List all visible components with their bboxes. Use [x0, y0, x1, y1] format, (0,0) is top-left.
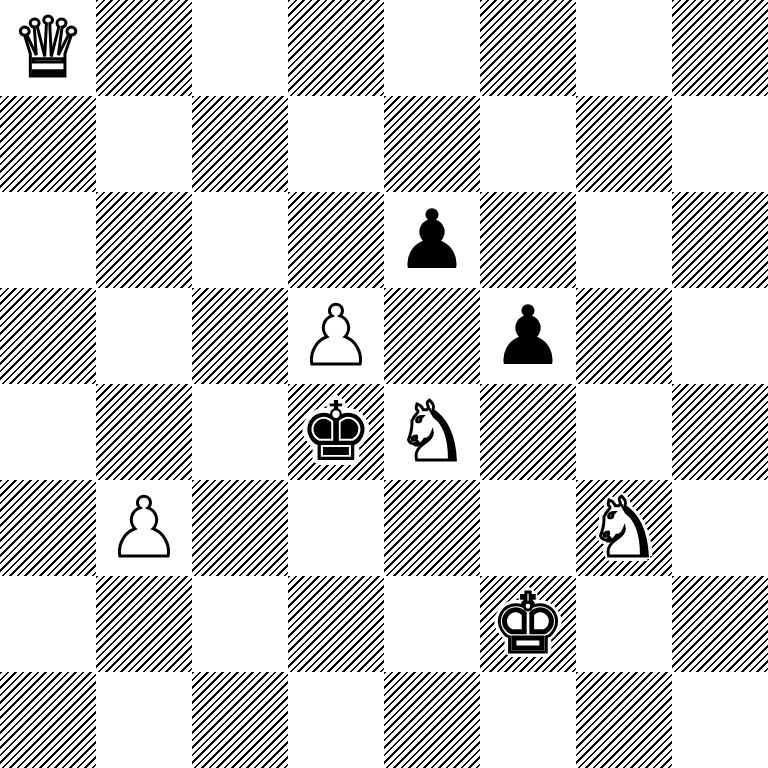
square-d7[interactable] [288, 96, 384, 192]
square-e8[interactable] [384, 0, 480, 96]
square-a6[interactable] [0, 192, 96, 288]
square-d1[interactable] [288, 672, 384, 768]
square-a5[interactable] [0, 288, 96, 384]
square-e4[interactable]: ♞ [384, 384, 480, 480]
square-f7[interactable] [480, 96, 576, 192]
square-d5[interactable]: ♟ [288, 288, 384, 384]
square-b5[interactable] [96, 288, 192, 384]
square-g5[interactable] [576, 288, 672, 384]
square-f6[interactable] [480, 192, 576, 288]
square-c6[interactable] [192, 192, 288, 288]
square-h6[interactable] [672, 192, 768, 288]
square-c1[interactable] [192, 672, 288, 768]
square-c5[interactable] [192, 288, 288, 384]
square-f2[interactable]: ♚ [480, 576, 576, 672]
chess-diagram: ♛♟♟♟♚♞♟♞♚ [0, 0, 768, 768]
square-h1[interactable] [672, 672, 768, 768]
square-g7[interactable] [576, 96, 672, 192]
square-a8[interactable]: ♛ [0, 0, 96, 96]
square-h3[interactable] [672, 480, 768, 576]
square-g2[interactable] [576, 576, 672, 672]
square-e5[interactable] [384, 288, 480, 384]
square-f3[interactable] [480, 480, 576, 576]
white-queen-a8[interactable]: ♛ [11, 7, 85, 89]
square-h8[interactable] [672, 0, 768, 96]
square-g4[interactable] [576, 384, 672, 480]
square-c4[interactable] [192, 384, 288, 480]
square-d6[interactable] [288, 192, 384, 288]
square-d8[interactable] [288, 0, 384, 96]
square-b8[interactable] [96, 0, 192, 96]
square-g8[interactable] [576, 0, 672, 96]
square-g1[interactable] [576, 672, 672, 768]
white-knight-e4[interactable]: ♞ [395, 391, 469, 473]
square-b3[interactable]: ♟ [96, 480, 192, 576]
square-f8[interactable] [480, 0, 576, 96]
white-knight-g3[interactable]: ♞ [587, 487, 661, 569]
white-pawn-b3[interactable]: ♟ [107, 487, 181, 569]
black-pawn-f5[interactable]: ♟ [491, 295, 565, 377]
square-d3[interactable] [288, 480, 384, 576]
square-e1[interactable] [384, 672, 480, 768]
square-c2[interactable] [192, 576, 288, 672]
square-h5[interactable] [672, 288, 768, 384]
square-f4[interactable] [480, 384, 576, 480]
square-e2[interactable] [384, 576, 480, 672]
square-d2[interactable] [288, 576, 384, 672]
square-f1[interactable] [480, 672, 576, 768]
square-e6[interactable]: ♟ [384, 192, 480, 288]
square-a2[interactable] [0, 576, 96, 672]
square-a7[interactable] [0, 96, 96, 192]
square-h7[interactable] [672, 96, 768, 192]
square-a4[interactable] [0, 384, 96, 480]
square-c7[interactable] [192, 96, 288, 192]
square-b1[interactable] [96, 672, 192, 768]
square-b7[interactable] [96, 96, 192, 192]
chessboard: ♛♟♟♟♚♞♟♞♚ [0, 0, 768, 768]
square-b4[interactable] [96, 384, 192, 480]
square-c3[interactable] [192, 480, 288, 576]
square-f5[interactable]: ♟ [480, 288, 576, 384]
square-e7[interactable] [384, 96, 480, 192]
square-g3[interactable]: ♞ [576, 480, 672, 576]
white-pawn-d5[interactable]: ♟ [299, 295, 373, 377]
square-g6[interactable] [576, 192, 672, 288]
square-a1[interactable] [0, 672, 96, 768]
square-d4[interactable]: ♚ [288, 384, 384, 480]
square-a3[interactable] [0, 480, 96, 576]
square-b2[interactable] [96, 576, 192, 672]
black-king-d4[interactable]: ♚ [299, 391, 373, 473]
square-b6[interactable] [96, 192, 192, 288]
square-h4[interactable] [672, 384, 768, 480]
square-c8[interactable] [192, 0, 288, 96]
white-king-f2[interactable]: ♚ [491, 583, 565, 665]
square-e3[interactable] [384, 480, 480, 576]
black-pawn-e6[interactable]: ♟ [395, 199, 469, 281]
square-h2[interactable] [672, 576, 768, 672]
